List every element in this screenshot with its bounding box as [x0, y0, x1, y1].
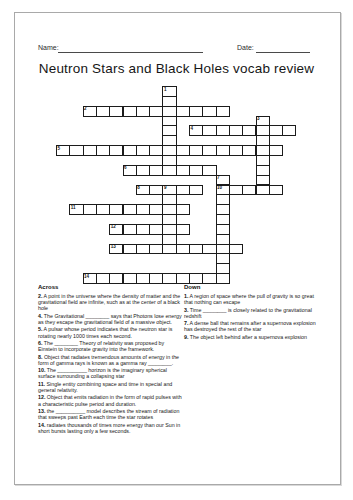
clue-text: Object that radiates tremendous amounts …: [38, 354, 179, 366]
clue-text: the __________ model describes the strea…: [38, 408, 179, 420]
clue-text: Single entity combining space and time i…: [38, 381, 172, 393]
clue-number: 10.: [38, 367, 45, 373]
grid-cell[interactable]: [269, 125, 283, 136]
grid-cell[interactable]: [96, 106, 110, 117]
name-line: [58, 44, 203, 53]
grid-cell[interactable]: [189, 165, 203, 176]
grid-cell[interactable]: [136, 204, 150, 215]
grid-cell[interactable]: [256, 185, 270, 196]
clue-number: 6.: [38, 340, 42, 346]
grid-cell[interactable]: [123, 273, 137, 284]
clue-item: 13. the __________ model describes the s…: [38, 408, 184, 420]
grid-cell[interactable]: 4: [189, 125, 203, 136]
clue-text: Object that emits radiation in the form …: [38, 394, 182, 406]
clue-number: 4.: [38, 313, 42, 319]
grid-cell[interactable]: [189, 185, 203, 196]
clue-text: A point in the universe where the densit…: [38, 293, 180, 311]
grid-cell[interactable]: [176, 244, 190, 255]
grid-cell[interactable]: [269, 145, 283, 156]
clue-text: Time ________ is closely related to the …: [184, 307, 312, 319]
grid-cell[interactable]: [149, 145, 163, 156]
clue-number: 8.: [38, 354, 42, 360]
grid-cell[interactable]: [176, 185, 190, 196]
cell-number: 14: [84, 274, 89, 279]
grid-cell[interactable]: [216, 106, 230, 117]
clue-number: 12.: [38, 394, 45, 400]
clue-number: 13.: [38, 408, 45, 414]
grid-cell[interactable]: [229, 244, 243, 255]
grid-cell[interactable]: [162, 244, 176, 255]
grid-cell[interactable]: [96, 204, 110, 215]
cell-number: 7: [217, 175, 220, 180]
date-line: [256, 44, 310, 53]
clue-item: 4. The Gravitational ________ says that …: [38, 313, 184, 325]
grid-cell[interactable]: [123, 145, 137, 156]
grid-cell[interactable]: [242, 185, 256, 196]
grid-cell[interactable]: [189, 145, 203, 156]
grid-cell[interactable]: [202, 165, 216, 176]
grid-cell[interactable]: [202, 145, 216, 156]
grid-cell[interactable]: [202, 106, 216, 117]
clue-number: 1.: [184, 293, 188, 299]
grid-cell[interactable]: 12: [109, 224, 123, 235]
grid-cell[interactable]: [162, 273, 176, 284]
grid-cell[interactable]: [282, 125, 296, 136]
grid-cell[interactable]: [176, 204, 190, 215]
grid-cell[interactable]: [189, 244, 203, 255]
clue-item: 6. The ________ Theory of relativity was…: [38, 340, 184, 352]
grid-cell[interactable]: 14: [83, 273, 97, 284]
clue-number: 3.: [184, 307, 188, 313]
grid-cell[interactable]: [136, 145, 150, 156]
grid-cell[interactable]: [189, 106, 203, 117]
grid-cell[interactable]: [149, 165, 163, 176]
name-label: Name:: [38, 44, 59, 51]
grid-cell[interactable]: 5: [56, 145, 70, 156]
worksheet-page: { "page": { "name_label": "Name:", "date…: [0, 0, 353, 500]
grid-cell[interactable]: [96, 145, 110, 156]
grid-cell[interactable]: [123, 224, 137, 235]
clue-text: The __________ horizon is the imaginary …: [38, 367, 167, 379]
grid-cell[interactable]: [149, 224, 163, 235]
grid-cell[interactable]: [216, 145, 230, 156]
grid-cell[interactable]: [176, 224, 190, 235]
grid-cell[interactable]: [136, 165, 150, 176]
grid-cell[interactable]: 13: [109, 244, 123, 255]
grid-cell[interactable]: [149, 273, 163, 284]
cell-number: 9: [164, 185, 167, 190]
grid-cell[interactable]: [229, 145, 243, 156]
cell-number: 11: [71, 205, 76, 210]
clue-item: 5. A pulsar whose period indicates that …: [38, 326, 184, 338]
grid-cell[interactable]: [202, 244, 216, 255]
clue-text: The ________ Theory of relativity was pr…: [38, 340, 164, 352]
grid-cell[interactable]: 11: [69, 204, 83, 215]
grid-cell[interactable]: [123, 106, 137, 117]
grid-cell[interactable]: [123, 204, 137, 215]
grid-cell[interactable]: [149, 244, 163, 255]
grid-cell[interactable]: [136, 106, 150, 117]
cell-number: 5: [58, 146, 61, 151]
grid-cell[interactable]: [149, 106, 163, 117]
grid-cell[interactable]: [109, 204, 123, 215]
clue-item: 10. The __________ horizon is the imagin…: [38, 367, 184, 379]
clues-across-section: Across 2. A point in the universe where …: [38, 284, 184, 435]
page-title: Neutron Stars and Black Holes vocab revi…: [0, 61, 353, 76]
grid-cell[interactable]: [189, 273, 203, 284]
grid-cell[interactable]: [176, 145, 190, 156]
grid-cell[interactable]: [216, 125, 230, 136]
grid-cell[interactable]: [149, 185, 163, 196]
cell-number: 13: [111, 244, 116, 249]
clue-text: The object left behind after a supernova…: [190, 334, 307, 340]
grid-cell[interactable]: [136, 244, 150, 255]
clue-item: 11. Single entity combining space and ti…: [38, 381, 184, 393]
grid-cell[interactable]: 2: [83, 106, 97, 117]
grid-cell[interactable]: [176, 165, 190, 176]
cell-number: 8: [137, 185, 140, 190]
clue-text: A dense ball that remains after a supern…: [184, 320, 316, 332]
grid-cell[interactable]: 8: [136, 185, 150, 196]
grid-cell[interactable]: [269, 185, 283, 196]
grid-cell[interactable]: [83, 145, 97, 156]
cell-number: 4: [191, 126, 194, 131]
grid-cell[interactable]: [216, 273, 230, 284]
clue-item: 3. Time ________ is closely related to t…: [184, 307, 323, 319]
cell-number: 3: [257, 116, 260, 121]
date-label: Date:: [237, 44, 254, 51]
grid-cell[interactable]: [176, 106, 190, 117]
clue-item: 8. Object that radiates tremendous amoun…: [38, 354, 184, 366]
grid-cell[interactable]: [109, 145, 123, 156]
cell-number: 2: [84, 106, 87, 111]
grid-cell[interactable]: [202, 125, 216, 136]
clue-number: 14.: [38, 422, 45, 428]
clue-number: 11.: [38, 381, 45, 387]
cell-number: 6: [124, 165, 127, 170]
grid-cell[interactable]: [242, 125, 256, 136]
grid-cell[interactable]: [202, 273, 216, 284]
grid-cell[interactable]: [176, 273, 190, 284]
cell-number: 12: [111, 224, 116, 229]
grid-cell[interactable]: [109, 106, 123, 117]
clue-item: 9. The object left behind after a supern…: [184, 334, 323, 340]
clue-item: 1. A region of space where the pull of g…: [184, 293, 323, 305]
clue-item: 14. radiates thousands of times more ene…: [38, 422, 184, 434]
grid-cell[interactable]: 6: [123, 165, 137, 176]
grid-cell[interactable]: [123, 244, 137, 255]
grid-cell[interactable]: [83, 204, 97, 215]
clue-number: 2.: [38, 293, 42, 299]
clues-down-section: Down 1. A region of space where the pull…: [184, 284, 323, 341]
grid-cell[interactable]: [242, 145, 256, 156]
across-heading: Across: [38, 284, 184, 290]
crossword-grid: 1234567891011121314: [56, 86, 297, 285]
clue-text: A region of space where the pull of grav…: [184, 293, 314, 305]
down-heading: Down: [184, 284, 323, 290]
grid-cell[interactable]: [229, 125, 243, 136]
grid-cell[interactable]: [96, 273, 110, 284]
grid-cell[interactable]: [162, 165, 176, 176]
cell-number: 10: [217, 185, 222, 190]
clue-number: 9.: [184, 334, 188, 340]
clue-number: 5.: [38, 326, 42, 332]
clue-item: 12. Object that emits radiation in the f…: [38, 394, 184, 406]
grid-cell[interactable]: [136, 224, 150, 235]
clue-text: radiates thousands of times more energy …: [38, 422, 180, 434]
grid-cell[interactable]: [109, 273, 123, 284]
cell-number: 1: [164, 87, 167, 92]
clue-text: The Gravitational ________ says that Pho…: [38, 313, 182, 325]
grid-cell[interactable]: [136, 273, 150, 284]
clue-text: A pulsar whose period indicates that the…: [38, 326, 172, 338]
clue-item: 7. A dense ball that remains after a sup…: [184, 320, 323, 332]
grid-cell[interactable]: [69, 145, 83, 156]
grid-cell[interactable]: [229, 185, 243, 196]
grid-cell[interactable]: [149, 204, 163, 215]
clue-number: 7.: [184, 320, 188, 326]
clue-item: 2. A point in the universe where the den…: [38, 293, 184, 312]
